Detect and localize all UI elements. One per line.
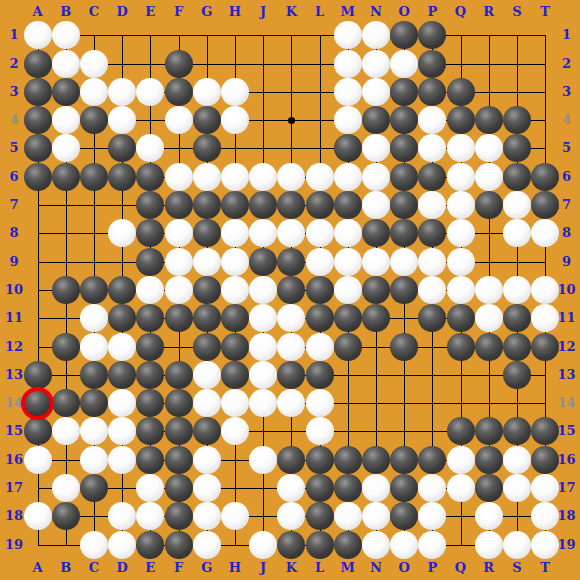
stone-white [108, 446, 136, 474]
coordinate-label-row: 1 [2, 27, 27, 43]
stone-white [193, 502, 221, 530]
stone-black [503, 361, 531, 389]
stone-black [24, 417, 52, 445]
stone-white [221, 276, 249, 304]
stone-white [221, 502, 249, 530]
stone-white [531, 276, 559, 304]
stone-black [193, 191, 221, 219]
coordinate-label-column: H [225, 4, 245, 20]
stone-white [277, 163, 305, 191]
coordinate-label-column: R [479, 560, 499, 576]
stone-white [277, 219, 305, 247]
stone-black [306, 446, 334, 474]
stone-black [52, 78, 80, 106]
stone-white [165, 106, 193, 134]
stone-black [334, 191, 362, 219]
stone-black [306, 361, 334, 389]
stone-black [165, 78, 193, 106]
stone-black [277, 248, 305, 276]
coordinate-label-row: 10 [2, 282, 27, 298]
stone-white [277, 333, 305, 361]
stone-white [249, 389, 277, 417]
stone-white [80, 333, 108, 361]
stone-black [390, 219, 418, 247]
stone-white [249, 333, 277, 361]
stone-black [475, 446, 503, 474]
stone-white [165, 163, 193, 191]
stone-black [390, 502, 418, 530]
stone-black [52, 163, 80, 191]
stone-white [136, 78, 164, 106]
stone-white [24, 446, 52, 474]
stone-black [418, 304, 446, 332]
stone-white [503, 219, 531, 247]
stone-black [193, 304, 221, 332]
stone-black [277, 361, 305, 389]
stone-white [52, 417, 80, 445]
stone-black [165, 474, 193, 502]
stone-black [136, 304, 164, 332]
stone-black [418, 78, 446, 106]
stone-white [108, 333, 136, 361]
stone-black [52, 389, 80, 417]
coordinate-label-row: 18 [2, 508, 27, 524]
stone-black [390, 446, 418, 474]
stone-white [447, 248, 475, 276]
stone-black [418, 219, 446, 247]
stone-white [447, 219, 475, 247]
coordinate-label-row: 5 [2, 140, 27, 156]
stone-black [362, 106, 390, 134]
stone-white [390, 531, 418, 559]
stone-black [136, 361, 164, 389]
last-move-marker [21, 387, 54, 420]
coordinate-label-row: 11 [2, 310, 27, 326]
stone-black [165, 50, 193, 78]
stone-white [221, 417, 249, 445]
coordinate-label-column: S [507, 560, 527, 576]
coordinate-label-column: N [366, 560, 386, 576]
coordinate-label-row: 1 [554, 27, 579, 43]
coordinate-label-row: 3 [554, 84, 579, 100]
stone-black [165, 304, 193, 332]
stone-white [306, 248, 334, 276]
stone-black [418, 446, 446, 474]
coordinate-label-column: L [310, 4, 330, 20]
stone-black [80, 106, 108, 134]
stone-black [165, 191, 193, 219]
stone-white [418, 502, 446, 530]
stone-white [334, 248, 362, 276]
stone-black [277, 446, 305, 474]
coordinate-label-row: 9 [554, 254, 579, 270]
coordinate-label-column: B [56, 560, 76, 576]
stone-white [418, 531, 446, 559]
coordinate-label-column: Q [451, 4, 471, 20]
stone-black [165, 446, 193, 474]
stone-black [108, 361, 136, 389]
stone-white [362, 163, 390, 191]
stone-white [221, 389, 249, 417]
stone-black [249, 191, 277, 219]
stone-black [362, 276, 390, 304]
stone-black [418, 163, 446, 191]
stone-black [531, 163, 559, 191]
stone-black [503, 106, 531, 134]
coordinate-label-row: 13 [2, 367, 27, 383]
stone-white [362, 502, 390, 530]
stone-white [362, 248, 390, 276]
stone-white [52, 474, 80, 502]
stone-white [418, 191, 446, 219]
stone-white [334, 502, 362, 530]
coordinate-label-column: S [507, 4, 527, 20]
stone-white [334, 219, 362, 247]
stone-white [193, 531, 221, 559]
stone-black [475, 191, 503, 219]
stone-white [249, 531, 277, 559]
stone-white [503, 446, 531, 474]
stone-black [136, 417, 164, 445]
stone-white [390, 248, 418, 276]
stone-black [503, 304, 531, 332]
stone-black [362, 219, 390, 247]
coordinate-label-column: D [112, 4, 132, 20]
stone-black [108, 163, 136, 191]
star-point [288, 117, 295, 124]
go-board[interactable]: AABBCCDDEEFFGGHHJJKKLLMMNNOOPPQQRRSSTT11… [0, 0, 580, 580]
stone-black [249, 248, 277, 276]
stone-white [362, 78, 390, 106]
coordinate-label-column: G [197, 560, 217, 576]
coordinate-label-row: 6 [2, 169, 27, 185]
stone-black [306, 502, 334, 530]
stone-white [447, 474, 475, 502]
stone-black [531, 446, 559, 474]
stone-white [306, 163, 334, 191]
stone-white [108, 389, 136, 417]
stone-black [503, 333, 531, 361]
stone-black [390, 163, 418, 191]
stone-black [136, 531, 164, 559]
stone-black [80, 474, 108, 502]
stone-white [249, 361, 277, 389]
stone-white [249, 276, 277, 304]
stone-black [306, 474, 334, 502]
stone-black [277, 531, 305, 559]
stone-white [221, 219, 249, 247]
coordinate-label-column: M [338, 560, 358, 576]
coordinate-label-column: G [197, 4, 217, 20]
stone-black [165, 502, 193, 530]
stone-black [136, 191, 164, 219]
stone-black [193, 134, 221, 162]
stone-white [108, 106, 136, 134]
stone-white [306, 417, 334, 445]
coordinate-label-column: H [225, 560, 245, 576]
coordinate-label-row: 19 [2, 537, 27, 553]
stone-black [503, 134, 531, 162]
stone-white [390, 50, 418, 78]
stone-black [334, 474, 362, 502]
coordinate-label-column: L [310, 560, 330, 576]
stone-black [306, 276, 334, 304]
stone-white [503, 191, 531, 219]
stone-black [165, 417, 193, 445]
stone-white [362, 50, 390, 78]
stone-white [531, 219, 559, 247]
stone-white [249, 163, 277, 191]
stone-black [390, 21, 418, 49]
stone-black [108, 276, 136, 304]
stone-white [108, 78, 136, 106]
stone-black [503, 417, 531, 445]
stone-black [447, 417, 475, 445]
stone-white [24, 502, 52, 530]
stone-black [447, 78, 475, 106]
stone-black [390, 474, 418, 502]
stone-white [80, 446, 108, 474]
coordinate-label-column: D [112, 560, 132, 576]
go-app-window: AABBCCDDEEFFGGHHJJKKLLMMNNOOPPQQRRSSTT11… [0, 0, 580, 580]
stone-white [80, 78, 108, 106]
coordinate-label-row: 14 [554, 395, 579, 411]
stone-black [193, 417, 221, 445]
stone-white [277, 502, 305, 530]
stone-black [193, 219, 221, 247]
stone-white [249, 446, 277, 474]
stone-black [306, 531, 334, 559]
stone-white [418, 474, 446, 502]
stone-white [334, 78, 362, 106]
stone-black [475, 417, 503, 445]
stone-black [24, 106, 52, 134]
stone-white [136, 134, 164, 162]
stone-white [108, 531, 136, 559]
stone-black [80, 361, 108, 389]
stone-white [334, 163, 362, 191]
stone-black [165, 389, 193, 417]
coordinate-label-column: Q [451, 560, 471, 576]
coordinate-label-column: C [84, 4, 104, 20]
coordinate-label-column: A [28, 4, 48, 20]
stone-black [334, 333, 362, 361]
stone-white [475, 276, 503, 304]
stone-black [136, 446, 164, 474]
stone-white [334, 50, 362, 78]
coordinate-label-row: 5 [554, 140, 579, 156]
stone-black [193, 106, 221, 134]
stone-white [52, 106, 80, 134]
stone-white [447, 191, 475, 219]
stone-black [165, 531, 193, 559]
coordinate-label-row: 8 [2, 225, 27, 241]
stone-black [531, 333, 559, 361]
stone-white [418, 106, 446, 134]
stone-white [475, 502, 503, 530]
coordinate-label-row: 16 [2, 452, 27, 468]
stone-white [531, 474, 559, 502]
stone-black [24, 50, 52, 78]
stone-black [108, 134, 136, 162]
stone-black [221, 304, 249, 332]
stone-black [475, 106, 503, 134]
stone-white [108, 417, 136, 445]
coordinate-label-column: A [28, 560, 48, 576]
stone-white [80, 50, 108, 78]
stone-white [306, 219, 334, 247]
stone-black [390, 134, 418, 162]
stone-white [165, 219, 193, 247]
coordinate-label-column: N [366, 4, 386, 20]
stone-white [136, 474, 164, 502]
coordinate-label-row: 9 [2, 254, 27, 270]
stone-white [277, 389, 305, 417]
coordinate-label-row: 12 [2, 339, 27, 355]
stone-black [165, 361, 193, 389]
stone-white [80, 417, 108, 445]
stone-white [193, 446, 221, 474]
stone-white [447, 134, 475, 162]
stone-white [531, 502, 559, 530]
coordinate-label-row: 13 [554, 367, 579, 383]
coordinate-label-column: C [84, 560, 104, 576]
stone-black [136, 333, 164, 361]
stone-white [193, 474, 221, 502]
stone-white [306, 389, 334, 417]
stone-white [221, 106, 249, 134]
stone-black [475, 474, 503, 502]
coordinate-label-column: R [479, 4, 499, 20]
stone-black [418, 50, 446, 78]
stone-black [24, 163, 52, 191]
stone-black [24, 134, 52, 162]
stone-white [447, 276, 475, 304]
stone-black [136, 163, 164, 191]
stone-black [221, 333, 249, 361]
stone-white [362, 191, 390, 219]
coordinate-label-row: 2 [2, 56, 27, 72]
stone-white [221, 163, 249, 191]
stone-white [334, 276, 362, 304]
stone-black [136, 219, 164, 247]
stone-white [475, 163, 503, 191]
stone-white [503, 531, 531, 559]
stone-black [362, 304, 390, 332]
stone-black [447, 333, 475, 361]
stone-white [108, 219, 136, 247]
stone-white [362, 474, 390, 502]
stone-white [475, 304, 503, 332]
stone-black [277, 191, 305, 219]
stone-black [80, 276, 108, 304]
stone-white [52, 134, 80, 162]
stone-white [165, 248, 193, 276]
stone-black [306, 191, 334, 219]
stone-black [418, 21, 446, 49]
stone-black [24, 78, 52, 106]
stone-white [277, 304, 305, 332]
stone-white [475, 134, 503, 162]
stone-white [277, 474, 305, 502]
stone-white [531, 531, 559, 559]
stone-black [136, 248, 164, 276]
stone-black [390, 106, 418, 134]
stone-white [193, 248, 221, 276]
stone-black [503, 163, 531, 191]
stone-white [362, 531, 390, 559]
stone-white [503, 276, 531, 304]
coordinate-label-row: 4 [2, 112, 27, 128]
coordinate-label-column: E [140, 560, 160, 576]
coordinate-label-row: 15 [2, 423, 27, 439]
stone-black [334, 304, 362, 332]
stone-white [362, 21, 390, 49]
coordinate-label-column: P [422, 4, 442, 20]
coordinate-label-row: 3 [2, 84, 27, 100]
stone-white [249, 304, 277, 332]
stone-white [165, 276, 193, 304]
stone-white [418, 248, 446, 276]
stone-white [418, 276, 446, 304]
stone-white [193, 389, 221, 417]
stone-black [193, 333, 221, 361]
stone-white [475, 531, 503, 559]
stone-black [390, 191, 418, 219]
stone-black [334, 446, 362, 474]
stone-white [447, 163, 475, 191]
stone-white [24, 21, 52, 49]
stone-black [221, 191, 249, 219]
stone-black [475, 333, 503, 361]
coordinate-label-column: O [394, 4, 414, 20]
coordinate-label-column: P [422, 560, 442, 576]
stone-white [418, 134, 446, 162]
stone-black [531, 417, 559, 445]
stone-white [80, 304, 108, 332]
stone-white [221, 248, 249, 276]
stone-white [108, 502, 136, 530]
coordinate-label-column: F [169, 560, 189, 576]
stone-black [52, 502, 80, 530]
coordinate-label-row: 7 [2, 197, 27, 213]
stone-black [80, 389, 108, 417]
stone-black [52, 333, 80, 361]
coordinate-label-row: 17 [2, 480, 27, 496]
coordinate-label-column: E [140, 4, 160, 20]
stone-black [221, 361, 249, 389]
stone-black [306, 304, 334, 332]
stone-black [108, 304, 136, 332]
coordinate-label-row: 2 [554, 56, 579, 72]
stone-black [136, 389, 164, 417]
stone-black [334, 134, 362, 162]
stone-black [277, 276, 305, 304]
coordinate-label-column: J [253, 560, 273, 576]
stone-white [52, 50, 80, 78]
stone-white [531, 304, 559, 332]
stone-white [503, 474, 531, 502]
stone-black [52, 276, 80, 304]
stone-black [362, 446, 390, 474]
stone-white [362, 134, 390, 162]
stone-white [193, 78, 221, 106]
coordinate-label-column: K [281, 4, 301, 20]
stone-black [447, 304, 475, 332]
stone-white [80, 531, 108, 559]
coordinate-label-column: M [338, 4, 358, 20]
stone-white [447, 446, 475, 474]
